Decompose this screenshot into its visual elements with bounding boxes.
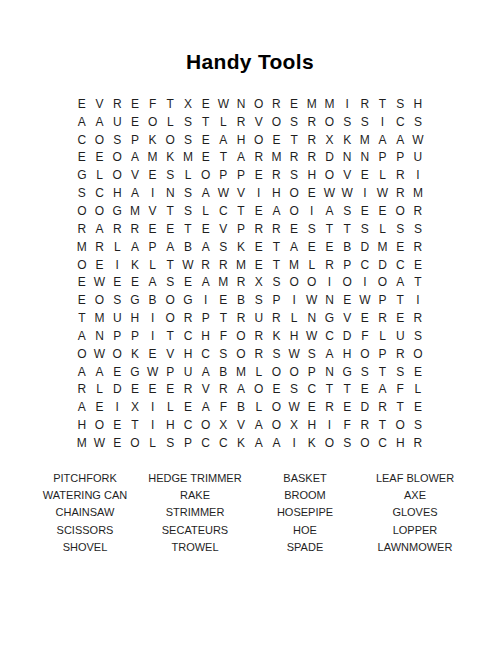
grid-cell-r17c13[interactable]: S <box>285 381 303 399</box>
grid-cell-r14c2[interactable]: N <box>91 327 109 345</box>
grid-cell-r17c2[interactable]: L <box>91 381 109 399</box>
grid-cell-r5c17[interactable]: E <box>356 166 374 184</box>
grid-cell-r3c14[interactable]: R <box>303 131 321 149</box>
grid-cell-r1c20[interactable]: H <box>409 95 427 113</box>
grid-cell-r9c4[interactable]: A <box>126 238 144 256</box>
grid-cell-r7c19[interactable]: O <box>391 202 409 220</box>
grid-cell-r2c2[interactable]: A <box>91 113 109 131</box>
grid-cell-r12c7[interactable]: G <box>179 291 197 309</box>
grid-cell-r9c10[interactable]: K <box>232 238 250 256</box>
grid-cell-r16c15[interactable]: N <box>321 363 339 381</box>
grid-cell-r19c2[interactable]: O <box>91 416 109 434</box>
grid-cell-r15c13[interactable]: W <box>285 345 303 363</box>
grid-cell-r11c8[interactable]: A <box>197 273 215 291</box>
grid-cell-r16c2[interactable]: A <box>91 363 109 381</box>
grid-cell-r6c5[interactable]: I <box>144 184 162 202</box>
grid-cell-r18c13[interactable]: W <box>285 398 303 416</box>
grid-cell-r13c12[interactable]: R <box>268 309 286 327</box>
grid-cell-r12c1[interactable]: E <box>73 291 91 309</box>
grid-cell-r16c4[interactable]: G <box>126 363 144 381</box>
grid-cell-r13c8[interactable]: P <box>197 309 215 327</box>
grid-cell-r6c8[interactable]: A <box>197 184 215 202</box>
grid-cell-r1c2[interactable]: V <box>91 95 109 113</box>
grid-cell-r13c19[interactable]: E <box>391 309 409 327</box>
grid-cell-r15c11[interactable]: R <box>250 345 268 363</box>
grid-cell-r20c20[interactable]: R <box>409 434 427 452</box>
grid-cell-r4c6[interactable]: K <box>161 149 179 167</box>
grid-cell-r8c12[interactable]: R <box>268 220 286 238</box>
grid-cell-r9c7[interactable]: B <box>179 238 197 256</box>
grid-cell-r6c6[interactable]: N <box>161 184 179 202</box>
grid-cell-r5c18[interactable]: L <box>374 166 392 184</box>
grid-cell-r11c16[interactable]: O <box>338 273 356 291</box>
grid-cell-r15c1[interactable]: O <box>73 345 91 363</box>
grid-cell-r5c13[interactable]: S <box>285 166 303 184</box>
grid-cell-r15c6[interactable]: V <box>161 345 179 363</box>
grid-cell-r16c11[interactable]: L <box>250 363 268 381</box>
grid-cell-r8c5[interactable]: E <box>144 220 162 238</box>
grid-cell-r3c19[interactable]: A <box>391 131 409 149</box>
grid-cell-r4c2[interactable]: E <box>91 149 109 167</box>
grid-cell-r8c1[interactable]: R <box>73 220 91 238</box>
grid-cell-r9c5[interactable]: P <box>144 238 162 256</box>
grid-cell-r16c13[interactable]: O <box>285 363 303 381</box>
grid-cell-r6c12[interactable]: H <box>268 184 286 202</box>
grid-cell-r17c16[interactable]: T <box>338 381 356 399</box>
grid-cell-r20c15[interactable]: O <box>321 434 339 452</box>
grid-cell-r19c10[interactable]: V <box>232 416 250 434</box>
grid-cell-r7c3[interactable]: G <box>108 202 126 220</box>
grid-cell-r6c3[interactable]: H <box>108 184 126 202</box>
grid-cell-r19c18[interactable]: T <box>374 416 392 434</box>
grid-cell-r5c10[interactable]: P <box>232 166 250 184</box>
grid-cell-r14c7[interactable]: C <box>179 327 197 345</box>
grid-cell-r17c14[interactable]: C <box>303 381 321 399</box>
grid-cell-r8c9[interactable]: V <box>215 220 233 238</box>
grid-cell-r11c14[interactable]: O <box>303 273 321 291</box>
grid-cell-r13c16[interactable]: V <box>338 309 356 327</box>
grid-cell-r11c13[interactable]: O <box>285 273 303 291</box>
grid-cell-r2c14[interactable]: R <box>303 113 321 131</box>
grid-cell-r8c18[interactable]: L <box>374 220 392 238</box>
grid-cell-r18c14[interactable]: E <box>303 398 321 416</box>
grid-cell-r7c20[interactable]: R <box>409 202 427 220</box>
grid-cell-r3c4[interactable]: P <box>126 131 144 149</box>
grid-cell-r13c7[interactable]: R <box>179 309 197 327</box>
grid-cell-r9c6[interactable]: A <box>161 238 179 256</box>
grid-cell-r1c1[interactable]: E <box>73 95 91 113</box>
grid-cell-r9c18[interactable]: M <box>374 238 392 256</box>
grid-cell-r10c17[interactable]: C <box>356 256 374 274</box>
grid-cell-r16c8[interactable]: A <box>197 363 215 381</box>
grid-cell-r19c3[interactable]: E <box>108 416 126 434</box>
grid-cell-r13c11[interactable]: U <box>250 309 268 327</box>
grid-cell-r15c15[interactable]: A <box>321 345 339 363</box>
grid-cell-r5c4[interactable]: V <box>126 166 144 184</box>
grid-cell-r4c14[interactable]: R <box>303 149 321 167</box>
grid-cell-r5c16[interactable]: V <box>338 166 356 184</box>
grid-cell-r19c5[interactable]: I <box>144 416 162 434</box>
grid-cell-r9c19[interactable]: E <box>391 238 409 256</box>
grid-cell-r7c8[interactable]: L <box>197 202 215 220</box>
grid-cell-r9c2[interactable]: R <box>91 238 109 256</box>
grid-cell-r6c10[interactable]: V <box>232 184 250 202</box>
grid-cell-r1c9[interactable]: W <box>215 95 233 113</box>
grid-cell-r20c8[interactable]: C <box>197 434 215 452</box>
grid-cell-r19c14[interactable]: H <box>303 416 321 434</box>
grid-cell-r19c19[interactable]: O <box>391 416 409 434</box>
grid-cell-r9c12[interactable]: T <box>268 238 286 256</box>
grid-cell-r11c3[interactable]: E <box>108 273 126 291</box>
grid-cell-r10c6[interactable]: T <box>161 256 179 274</box>
grid-cell-r15c9[interactable]: S <box>215 345 233 363</box>
grid-cell-r2c19[interactable]: C <box>391 113 409 131</box>
grid-cell-r4c18[interactable]: P <box>374 149 392 167</box>
grid-cell-r16c5[interactable]: W <box>144 363 162 381</box>
grid-cell-r18c9[interactable]: F <box>215 398 233 416</box>
grid-cell-r14c11[interactable]: R <box>250 327 268 345</box>
grid-cell-r3c1[interactable]: C <box>73 131 91 149</box>
grid-cell-r10c19[interactable]: C <box>391 256 409 274</box>
grid-cell-r18c18[interactable]: R <box>374 398 392 416</box>
grid-cell-r1c18[interactable]: T <box>374 95 392 113</box>
grid-cell-r15c7[interactable]: H <box>179 345 197 363</box>
grid-cell-r19c1[interactable]: H <box>73 416 91 434</box>
grid-cell-r7c11[interactable]: E <box>250 202 268 220</box>
grid-cell-r20c9[interactable]: C <box>215 434 233 452</box>
grid-cell-r13c14[interactable]: N <box>303 309 321 327</box>
grid-cell-r3c3[interactable]: S <box>108 131 126 149</box>
grid-cell-r16c19[interactable]: S <box>391 363 409 381</box>
grid-cell-r4c17[interactable]: N <box>356 149 374 167</box>
grid-cell-r11c11[interactable]: X <box>250 273 268 291</box>
grid-cell-r12c16[interactable]: E <box>338 291 356 309</box>
grid-cell-r19c7[interactable]: C <box>179 416 197 434</box>
grid-cell-r14c1[interactable]: A <box>73 327 91 345</box>
grid-cell-r4c9[interactable]: T <box>215 149 233 167</box>
grid-cell-r8c7[interactable]: T <box>179 220 197 238</box>
grid-cell-r5c8[interactable]: O <box>197 166 215 184</box>
grid-cell-r17c10[interactable]: A <box>232 381 250 399</box>
grid-cell-r6c16[interactable]: W <box>338 184 356 202</box>
grid-cell-r18c5[interactable]: I <box>144 398 162 416</box>
grid-cell-r1c10[interactable]: N <box>232 95 250 113</box>
grid-cell-r5c1[interactable]: G <box>73 166 91 184</box>
grid-cell-r13c6[interactable]: O <box>161 309 179 327</box>
grid-cell-r4c10[interactable]: A <box>232 149 250 167</box>
grid-cell-r20c1[interactable]: M <box>73 434 91 452</box>
grid-cell-r15c19[interactable]: R <box>391 345 409 363</box>
grid-cell-r5c5[interactable]: E <box>144 166 162 184</box>
grid-cell-r7c15[interactable]: A <box>321 202 339 220</box>
grid-cell-r5c14[interactable]: H <box>303 166 321 184</box>
grid-cell-r5c7[interactable]: L <box>179 166 197 184</box>
grid-cell-r9c20[interactable]: R <box>409 238 427 256</box>
grid-cell-r5c6[interactable]: S <box>161 166 179 184</box>
grid-cell-r2c17[interactable]: S <box>356 113 374 131</box>
grid-cell-r18c4[interactable]: X <box>126 398 144 416</box>
grid-cell-r1c13[interactable]: E <box>285 95 303 113</box>
grid-cell-r7c18[interactable]: E <box>374 202 392 220</box>
grid-cell-r14c13[interactable]: H <box>285 327 303 345</box>
grid-cell-r1c5[interactable]: F <box>144 95 162 113</box>
grid-cell-r6c14[interactable]: E <box>303 184 321 202</box>
grid-cell-r3c13[interactable]: T <box>285 131 303 149</box>
grid-cell-r16c17[interactable]: S <box>356 363 374 381</box>
grid-cell-r3c7[interactable]: S <box>179 131 197 149</box>
grid-cell-r20c12[interactable]: A <box>268 434 286 452</box>
grid-cell-r4c19[interactable]: P <box>391 149 409 167</box>
grid-cell-r3c10[interactable]: H <box>232 131 250 149</box>
grid-cell-r2c9[interactable]: L <box>215 113 233 131</box>
grid-cell-r20c4[interactable]: O <box>126 434 144 452</box>
grid-cell-r8c11[interactable]: R <box>250 220 268 238</box>
grid-cell-r6c13[interactable]: O <box>285 184 303 202</box>
grid-cell-r20c18[interactable]: C <box>374 434 392 452</box>
grid-cell-r10c7[interactable]: W <box>179 256 197 274</box>
grid-cell-r7c1[interactable]: O <box>73 202 91 220</box>
grid-cell-r19c11[interactable]: A <box>250 416 268 434</box>
grid-cell-r19c15[interactable]: I <box>321 416 339 434</box>
grid-cell-r12c18[interactable]: P <box>374 291 392 309</box>
grid-cell-r13c20[interactable]: R <box>409 309 427 327</box>
grid-cell-r16c6[interactable]: P <box>161 363 179 381</box>
grid-cell-r12c19[interactable]: T <box>391 291 409 309</box>
grid-cell-r20c19[interactable]: H <box>391 434 409 452</box>
grid-cell-r1c6[interactable]: T <box>161 95 179 113</box>
grid-cell-r17c5[interactable]: E <box>144 381 162 399</box>
grid-cell-r6c15[interactable]: W <box>321 184 339 202</box>
grid-cell-r13c9[interactable]: T <box>215 309 233 327</box>
grid-cell-r7c10[interactable]: T <box>232 202 250 220</box>
grid-cell-r8c13[interactable]: E <box>285 220 303 238</box>
grid-cell-r18c12[interactable]: O <box>268 398 286 416</box>
grid-cell-r14c16[interactable]: D <box>338 327 356 345</box>
grid-cell-r8c14[interactable]: S <box>303 220 321 238</box>
grid-cell-r18c10[interactable]: B <box>232 398 250 416</box>
grid-cell-r17c3[interactable]: D <box>108 381 126 399</box>
grid-cell-r15c3[interactable]: O <box>108 345 126 363</box>
grid-cell-r7c14[interactable]: I <box>303 202 321 220</box>
grid-cell-r12c10[interactable]: B <box>232 291 250 309</box>
grid-cell-r3c11[interactable]: O <box>250 131 268 149</box>
grid-cell-r12c3[interactable]: S <box>108 291 126 309</box>
grid-cell-r6c2[interactable]: C <box>91 184 109 202</box>
grid-cell-r12c12[interactable]: P <box>268 291 286 309</box>
grid-cell-r20c17[interactable]: O <box>356 434 374 452</box>
grid-cell-r1c11[interactable]: O <box>250 95 268 113</box>
grid-cell-r13c15[interactable]: G <box>321 309 339 327</box>
grid-cell-r20c10[interactable]: K <box>232 434 250 452</box>
grid-cell-r1c12[interactable]: R <box>268 95 286 113</box>
grid-cell-r11c4[interactable]: E <box>126 273 144 291</box>
grid-cell-r6c11[interactable]: I <box>250 184 268 202</box>
grid-cell-r8c15[interactable]: T <box>321 220 339 238</box>
grid-cell-r18c17[interactable]: D <box>356 398 374 416</box>
grid-cell-r10c5[interactable]: L <box>144 256 162 274</box>
grid-cell-r9c8[interactable]: A <box>197 238 215 256</box>
grid-cell-r2c8[interactable]: T <box>197 113 215 131</box>
grid-cell-r8c19[interactable]: S <box>391 220 409 238</box>
grid-cell-r20c13[interactable]: I <box>285 434 303 452</box>
grid-cell-r2c15[interactable]: O <box>321 113 339 131</box>
grid-cell-r9c11[interactable]: E <box>250 238 268 256</box>
grid-cell-r9c3[interactable]: L <box>108 238 126 256</box>
grid-cell-r10c14[interactable]: L <box>303 256 321 274</box>
grid-cell-r14c12[interactable]: K <box>268 327 286 345</box>
grid-cell-r12c6[interactable]: O <box>161 291 179 309</box>
grid-cell-r2c13[interactable]: S <box>285 113 303 131</box>
grid-cell-r7c7[interactable]: S <box>179 202 197 220</box>
grid-cell-r16c12[interactable]: O <box>268 363 286 381</box>
grid-cell-r10c11[interactable]: E <box>250 256 268 274</box>
grid-cell-r10c2[interactable]: E <box>91 256 109 274</box>
grid-cell-r10c9[interactable]: R <box>215 256 233 274</box>
grid-cell-r1c8[interactable]: E <box>197 95 215 113</box>
grid-cell-r14c5[interactable]: I <box>144 327 162 345</box>
grid-cell-r4c1[interactable]: E <box>73 149 91 167</box>
grid-cell-r10c4[interactable]: K <box>126 256 144 274</box>
grid-cell-r16c14[interactable]: P <box>303 363 321 381</box>
grid-cell-r18c20[interactable]: E <box>409 398 427 416</box>
grid-cell-r12c2[interactable]: O <box>91 291 109 309</box>
grid-cell-r7c5[interactable]: V <box>144 202 162 220</box>
grid-cell-r7c4[interactable]: M <box>126 202 144 220</box>
grid-cell-r7c13[interactable]: O <box>285 202 303 220</box>
grid-cell-r17c1[interactable]: R <box>73 381 91 399</box>
grid-cell-r20c11[interactable]: A <box>250 434 268 452</box>
grid-cell-r8c2[interactable]: A <box>91 220 109 238</box>
grid-cell-r18c1[interactable]: A <box>73 398 91 416</box>
grid-cell-r19c17[interactable]: R <box>356 416 374 434</box>
grid-cell-r8c3[interactable]: R <box>108 220 126 238</box>
grid-cell-r17c11[interactable]: O <box>250 381 268 399</box>
grid-cell-r16c9[interactable]: B <box>215 363 233 381</box>
grid-cell-r19c20[interactable]: S <box>409 416 427 434</box>
grid-cell-r13c17[interactable]: E <box>356 309 374 327</box>
grid-cell-r6c20[interactable]: M <box>409 184 427 202</box>
grid-cell-r12c4[interactable]: G <box>126 291 144 309</box>
grid-cell-r11c9[interactable]: M <box>215 273 233 291</box>
grid-cell-r13c3[interactable]: U <box>108 309 126 327</box>
grid-cell-r6c17[interactable]: I <box>356 184 374 202</box>
grid-cell-r8c8[interactable]: E <box>197 220 215 238</box>
grid-cell-r17c18[interactable]: A <box>374 381 392 399</box>
grid-cell-r13c4[interactable]: H <box>126 309 144 327</box>
grid-cell-r20c7[interactable]: P <box>179 434 197 452</box>
grid-cell-r14c15[interactable]: C <box>321 327 339 345</box>
grid-cell-r10c1[interactable]: O <box>73 256 91 274</box>
grid-cell-r14c6[interactable]: T <box>161 327 179 345</box>
grid-cell-r4c13[interactable]: R <box>285 149 303 167</box>
grid-cell-r15c16[interactable]: H <box>338 345 356 363</box>
grid-cell-r14c10[interactable]: O <box>232 327 250 345</box>
grid-cell-r3c17[interactable]: M <box>356 131 374 149</box>
grid-cell-r12c9[interactable]: E <box>215 291 233 309</box>
grid-cell-r13c13[interactable]: L <box>285 309 303 327</box>
grid-cell-r17c9[interactable]: R <box>215 381 233 399</box>
grid-cell-r2c10[interactable]: R <box>232 113 250 131</box>
grid-cell-r16c3[interactable]: E <box>108 363 126 381</box>
grid-cell-r12c20[interactable]: I <box>409 291 427 309</box>
grid-cell-r17c15[interactable]: T <box>321 381 339 399</box>
grid-cell-r11c20[interactable]: T <box>409 273 427 291</box>
grid-cell-r19c4[interactable]: T <box>126 416 144 434</box>
grid-cell-r2c1[interactable]: A <box>73 113 91 131</box>
grid-cell-r11c10[interactable]: R <box>232 273 250 291</box>
grid-cell-r4c7[interactable]: M <box>179 149 197 167</box>
grid-cell-r12c5[interactable]: B <box>144 291 162 309</box>
grid-cell-r3c12[interactable]: E <box>268 131 286 149</box>
grid-cell-r20c3[interactable]: E <box>108 434 126 452</box>
grid-cell-r16c20[interactable]: E <box>409 363 427 381</box>
grid-cell-r6c19[interactable]: R <box>391 184 409 202</box>
grid-cell-r2c20[interactable]: S <box>409 113 427 131</box>
grid-cell-r6c4[interactable]: A <box>126 184 144 202</box>
grid-cell-r19c6[interactable]: H <box>161 416 179 434</box>
grid-cell-r17c8[interactable]: V <box>197 381 215 399</box>
grid-cell-r19c13[interactable]: X <box>285 416 303 434</box>
grid-cell-r15c2[interactable]: W <box>91 345 109 363</box>
grid-cell-r9c17[interactable]: D <box>356 238 374 256</box>
grid-cell-r2c7[interactable]: S <box>179 113 197 131</box>
grid-cell-r13c10[interactable]: R <box>232 309 250 327</box>
grid-cell-r5c2[interactable]: L <box>91 166 109 184</box>
grid-cell-r5c15[interactable]: O <box>321 166 339 184</box>
grid-cell-r12c15[interactable]: N <box>321 291 339 309</box>
grid-cell-r10c3[interactable]: I <box>108 256 126 274</box>
grid-cell-r16c18[interactable]: T <box>374 363 392 381</box>
grid-cell-r18c11[interactable]: L <box>250 398 268 416</box>
grid-cell-r1c4[interactable]: E <box>126 95 144 113</box>
grid-cell-r9c16[interactable]: B <box>338 238 356 256</box>
grid-cell-r3c8[interactable]: E <box>197 131 215 149</box>
grid-cell-r19c9[interactable]: X <box>215 416 233 434</box>
grid-cell-r7c12[interactable]: A <box>268 202 286 220</box>
grid-cell-r17c20[interactable]: L <box>409 381 427 399</box>
grid-cell-r11c17[interactable]: I <box>356 273 374 291</box>
grid-cell-r20c6[interactable]: S <box>161 434 179 452</box>
grid-cell-r4c11[interactable]: R <box>250 149 268 167</box>
grid-cell-r2c16[interactable]: S <box>338 113 356 131</box>
grid-cell-r7c9[interactable]: C <box>215 202 233 220</box>
grid-cell-r3c5[interactable]: K <box>144 131 162 149</box>
grid-cell-r18c15[interactable]: R <box>321 398 339 416</box>
grid-cell-r2c4[interactable]: E <box>126 113 144 131</box>
grid-cell-r8c10[interactable]: P <box>232 220 250 238</box>
grid-cell-r11c7[interactable]: E <box>179 273 197 291</box>
grid-cell-r5c3[interactable]: O <box>108 166 126 184</box>
grid-cell-r7c6[interactable]: T <box>161 202 179 220</box>
grid-cell-r20c14[interactable]: K <box>303 434 321 452</box>
grid-cell-r4c8[interactable]: E <box>197 149 215 167</box>
grid-cell-r9c1[interactable]: M <box>73 238 91 256</box>
grid-cell-r16c1[interactable]: A <box>73 363 91 381</box>
grid-cell-r14c18[interactable]: L <box>374 327 392 345</box>
grid-cell-r12c14[interactable]: W <box>303 291 321 309</box>
grid-cell-r18c16[interactable]: E <box>338 398 356 416</box>
grid-cell-r4c16[interactable]: N <box>338 149 356 167</box>
grid-cell-r2c5[interactable]: O <box>144 113 162 131</box>
grid-cell-r15c5[interactable]: E <box>144 345 162 363</box>
grid-cell-r18c7[interactable]: E <box>179 398 197 416</box>
grid-cell-r10c16[interactable]: P <box>338 256 356 274</box>
grid-cell-r17c17[interactable]: E <box>356 381 374 399</box>
grid-cell-r7c17[interactable]: E <box>356 202 374 220</box>
grid-cell-r18c2[interactable]: E <box>91 398 109 416</box>
grid-cell-r1c15[interactable]: M <box>321 95 339 113</box>
grid-cell-r15c17[interactable]: O <box>356 345 374 363</box>
